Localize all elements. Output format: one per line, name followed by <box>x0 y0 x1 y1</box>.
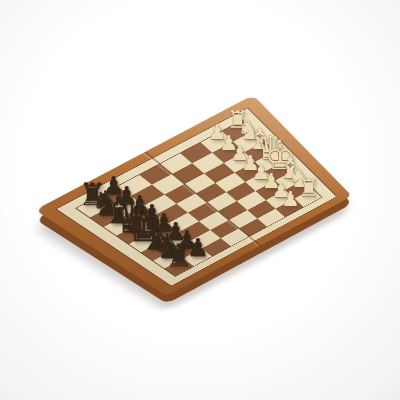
piece-white-pawn[interactable]: ♟ <box>281 189 299 210</box>
chess-set-photo: ♜♞♝♛♚♝♞♜♟♟♟♟♟♟♟♟♟♟♟♟♟♟♟♟♜♞♝♛♚♝♞♜ <box>0 0 400 400</box>
piece-white-rook[interactable]: ♜ <box>298 176 320 200</box>
piece-black-rook[interactable]: ♜ <box>165 240 193 271</box>
